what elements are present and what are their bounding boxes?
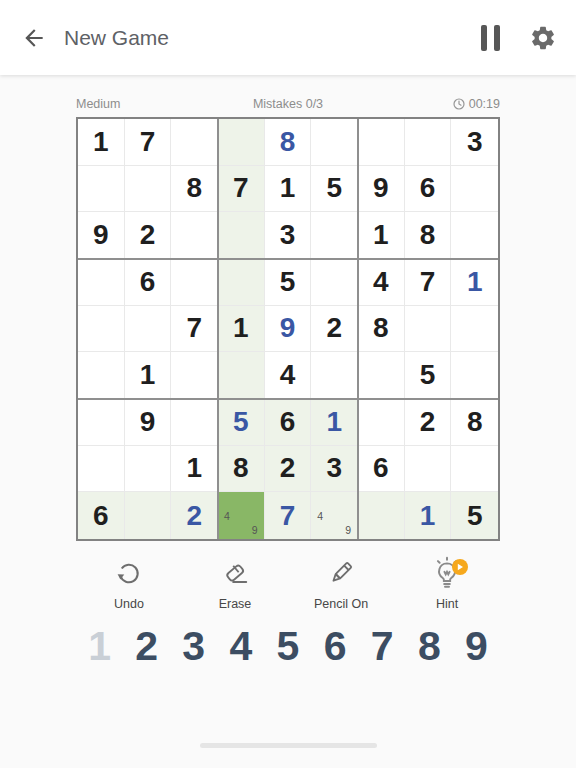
given-digit: 2: [326, 314, 342, 342]
given-digit: 3: [326, 454, 342, 482]
pad-digit-9[interactable]: 9: [453, 620, 500, 672]
hint-play-badge: [452, 559, 468, 575]
cell-r1c3[interactable]: [171, 119, 218, 166]
cell-r1c7[interactable]: [358, 119, 405, 166]
cell-r8c8[interactable]: [405, 446, 452, 493]
given-digit: 5: [326, 174, 342, 202]
cell-r9c6[interactable]: 49: [311, 492, 358, 539]
cell-r5c1[interactable]: [78, 306, 125, 353]
cell-r6c1[interactable]: [78, 352, 125, 399]
user-digit: 8: [280, 128, 296, 156]
cell-r5c4[interactable]: 1: [218, 306, 265, 353]
given-digit: 6: [373, 454, 389, 482]
cell-r8c4[interactable]: 8: [218, 446, 265, 493]
cell-r4c8[interactable]: 7: [405, 259, 452, 306]
cell-r7c6[interactable]: 1: [311, 399, 358, 446]
given-digit: 9: [93, 221, 109, 249]
note-digit: 4: [220, 509, 234, 523]
cell-r6c9[interactable]: [451, 352, 498, 399]
cell-r1c9[interactable]: 3: [451, 119, 498, 166]
cell-r6c7[interactable]: [358, 352, 405, 399]
cell-r5c2[interactable]: [125, 306, 172, 353]
cell-r7c3[interactable]: [171, 399, 218, 446]
cell-r9c9[interactable]: 5: [451, 492, 498, 539]
erase-button[interactable]: Erase: [182, 556, 288, 611]
given-digit: 3: [280, 221, 296, 249]
cell-r9c7[interactable]: [358, 492, 405, 539]
cell-r7c4[interactable]: 5: [218, 399, 265, 446]
hint-button[interactable]: Hint: [394, 556, 500, 611]
cell-r9c3[interactable]: 2: [171, 492, 218, 539]
difficulty-label: Medium: [76, 97, 217, 111]
cell-r9c8[interactable]: 1: [405, 492, 452, 539]
cell-r5c3[interactable]: 7: [171, 306, 218, 353]
pad-digit-3[interactable]: 3: [170, 620, 217, 672]
clock-icon: [453, 98, 465, 110]
given-digit: 7: [233, 174, 249, 202]
given-digit: 1: [373, 221, 389, 249]
cell-r7c5[interactable]: 6: [265, 399, 312, 446]
cell-r7c7[interactable]: [358, 399, 405, 446]
cell-r7c2[interactable]: 9: [125, 399, 172, 446]
cell-r2c7[interactable]: 9: [358, 166, 405, 213]
given-digit: 7: [420, 268, 436, 296]
cell-r3c2[interactable]: 2: [125, 212, 172, 259]
pad-digit-5[interactable]: 5: [264, 620, 311, 672]
cell-r6c8[interactable]: 5: [405, 352, 452, 399]
eraser-icon: [218, 556, 252, 590]
given-digit: 5: [280, 268, 296, 296]
cell-r4c6[interactable]: [311, 259, 358, 306]
cell-r2c5[interactable]: 1: [265, 166, 312, 213]
cell-r5c8[interactable]: [405, 306, 452, 353]
pad-digit-2[interactable]: 2: [123, 620, 170, 672]
home-indicator: [200, 743, 377, 748]
given-digit: 2: [420, 408, 436, 436]
cell-r4c9[interactable]: 1: [451, 259, 498, 306]
cell-r3c1[interactable]: 9: [78, 212, 125, 259]
cell-r2c9[interactable]: [451, 166, 498, 213]
note-digit: 9: [248, 523, 262, 537]
given-digit: 6: [93, 502, 109, 530]
sudoku-board: 1783871596923186547171928145956128182366…: [76, 117, 500, 541]
given-digit: 3: [467, 128, 483, 156]
given-digit: 8: [467, 408, 483, 436]
pencil-notes: 49: [220, 494, 262, 537]
user-digit: 1: [467, 268, 483, 296]
cell-r2c3[interactable]: 8: [171, 166, 218, 213]
given-digit: 4: [373, 268, 389, 296]
cell-r5c6[interactable]: 2: [311, 306, 358, 353]
given-digit: 9: [140, 408, 156, 436]
user-digit: 1: [326, 408, 342, 436]
cell-r4c2[interactable]: 6: [125, 259, 172, 306]
undo-icon: [112, 556, 146, 590]
cell-r1c8[interactable]: [405, 119, 452, 166]
given-digit: 2: [280, 454, 296, 482]
back-button[interactable]: [18, 22, 50, 54]
cell-r7c1[interactable]: [78, 399, 125, 446]
cell-r5c7[interactable]: 8: [358, 306, 405, 353]
pad-digit-6[interactable]: 6: [312, 620, 359, 672]
back-arrow-icon: [21, 25, 47, 51]
given-digit: 7: [140, 128, 156, 156]
undo-label: Undo: [114, 597, 144, 611]
given-digit: 1: [93, 128, 109, 156]
given-digit: 2: [140, 221, 156, 249]
note-digit: 4: [313, 509, 327, 523]
cell-r4c7[interactable]: 4: [358, 259, 405, 306]
user-digit: 9: [280, 314, 296, 342]
pencil-toggle-button[interactable]: Pencil On: [288, 556, 394, 611]
cell-r6c2[interactable]: 1: [125, 352, 172, 399]
cell-r4c4[interactable]: [218, 259, 265, 306]
given-digit: 8: [420, 221, 436, 249]
cell-r3c5[interactable]: 3: [265, 212, 312, 259]
cell-r8c9[interactable]: [451, 446, 498, 493]
cell-r6c3[interactable]: [171, 352, 218, 399]
note-digit: 9: [341, 523, 355, 537]
cell-r8c3[interactable]: 1: [171, 446, 218, 493]
pencil-notes: 49: [313, 494, 355, 537]
user-digit: 7: [280, 502, 296, 530]
settings-button[interactable]: [526, 21, 560, 55]
given-digit: 1: [280, 174, 296, 202]
pad-digit-1[interactable]: 1: [76, 620, 123, 672]
cell-r4c3[interactable]: [171, 259, 218, 306]
timer-value: 00:19: [469, 97, 500, 111]
cell-r2c6[interactable]: 5: [311, 166, 358, 213]
cell-r9c4[interactable]: 49: [218, 492, 265, 539]
cell-r8c5[interactable]: 2: [265, 446, 312, 493]
cell-r3c9[interactable]: [451, 212, 498, 259]
given-digit: 1: [186, 454, 202, 482]
cell-r1c6[interactable]: [311, 119, 358, 166]
pencil-icon: [324, 556, 358, 590]
cell-r8c6[interactable]: 3: [311, 446, 358, 493]
mistakes-label: Mistakes 0/3: [217, 97, 358, 111]
undo-button[interactable]: Undo: [76, 556, 182, 611]
cell-r3c7[interactable]: 1: [358, 212, 405, 259]
user-digit: 2: [186, 502, 202, 530]
number-pad: 1 2 3 4 5 6 7 8 9: [76, 620, 500, 672]
pad-digit-8[interactable]: 8: [406, 620, 453, 672]
pause-icon: [481, 25, 487, 51]
toolbar: Undo Erase Pencil On Hint: [76, 556, 500, 611]
cell-r3c4[interactable]: [218, 212, 265, 259]
cell-r2c2[interactable]: [125, 166, 172, 213]
given-digit: 6: [140, 268, 156, 296]
cell-r9c1[interactable]: 6: [78, 492, 125, 539]
cell-r9c2[interactable]: [125, 492, 172, 539]
cell-r8c2[interactable]: [125, 446, 172, 493]
cell-r2c1[interactable]: [78, 166, 125, 213]
given-digit: 5: [420, 361, 436, 389]
cell-r7c9[interactable]: 8: [451, 399, 498, 446]
gear-icon: [529, 24, 557, 52]
given-digit: 8: [186, 174, 202, 202]
pad-digit-7[interactable]: 7: [359, 620, 406, 672]
cell-r2c8[interactable]: 6: [405, 166, 452, 213]
cell-r3c3[interactable]: [171, 212, 218, 259]
cell-r1c5[interactable]: 8: [265, 119, 312, 166]
given-digit: 7: [186, 314, 202, 342]
given-digit: 1: [140, 361, 156, 389]
given-digit: 6: [280, 408, 296, 436]
given-digit: 8: [373, 314, 389, 342]
cell-r2c4[interactable]: 7: [218, 166, 265, 213]
user-digit: 1: [420, 502, 436, 530]
top-bar: New Game: [0, 0, 576, 75]
erase-label: Erase: [219, 597, 252, 611]
pencil-label: Pencil On: [314, 597, 368, 611]
cell-r5c5[interactable]: 9: [265, 306, 312, 353]
cell-r5c9[interactable]: [451, 306, 498, 353]
cell-r3c6[interactable]: [311, 212, 358, 259]
given-digit: 9: [373, 174, 389, 202]
cell-r8c1[interactable]: [78, 446, 125, 493]
cell-r4c5[interactable]: 5: [265, 259, 312, 306]
cell-r4c1[interactable]: [78, 259, 125, 306]
cell-r1c1[interactable]: 1: [78, 119, 125, 166]
cell-r6c5[interactable]: 4: [265, 352, 312, 399]
cell-r3c8[interactable]: 8: [405, 212, 452, 259]
cell-r8c7[interactable]: 6: [358, 446, 405, 493]
given-digit: 6: [420, 174, 436, 202]
lightbulb-icon: [430, 556, 464, 590]
user-digit: 5: [233, 408, 249, 436]
sudoku-app-screen: New Game Medium Mistakes 0/3 00:19 17838…: [0, 0, 576, 768]
hint-label: Hint: [436, 597, 458, 611]
status-row: Medium Mistakes 0/3 00:19: [76, 97, 500, 111]
cell-r6c6[interactable]: [311, 352, 358, 399]
given-digit: 4: [280, 361, 296, 389]
pad-digit-4[interactable]: 4: [217, 620, 264, 672]
given-digit: 1: [233, 314, 249, 342]
page-title: New Game: [64, 26, 169, 50]
cell-r7c8[interactable]: 2: [405, 399, 452, 446]
pause-button[interactable]: [474, 22, 506, 54]
cell-r6c4[interactable]: [218, 352, 265, 399]
given-digit: 5: [467, 502, 483, 530]
given-digit: 8: [233, 454, 249, 482]
cell-r1c4[interactable]: [218, 119, 265, 166]
cell-r9c5[interactable]: 7: [265, 492, 312, 539]
timer: 00:19: [359, 97, 500, 111]
cell-r1c2[interactable]: 7: [125, 119, 172, 166]
